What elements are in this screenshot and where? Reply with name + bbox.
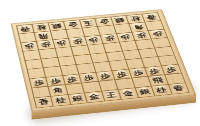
piece-kanji: 歩 bbox=[165, 65, 178, 74]
shogi-piece-silver-general[interactable]: 銀 bbox=[136, 86, 153, 96]
piece-kanji: 香 bbox=[145, 13, 157, 21]
piece-kanji: 歩 bbox=[115, 70, 128, 79]
shogi-piece-pawn[interactable]: 歩 bbox=[163, 64, 180, 74]
piece-kanji: 歩 bbox=[151, 30, 163, 38]
board-cell[interactable] bbox=[42, 57, 61, 68]
board-cell[interactable]: 香 bbox=[35, 96, 54, 107]
piece-kanji: 歩 bbox=[135, 31, 147, 39]
piece-kanji: 銀 bbox=[114, 16, 126, 24]
shogi-piece-pawn[interactable]: 歩 bbox=[31, 77, 47, 87]
board-cell[interactable]: 歩 bbox=[47, 76, 66, 87]
board-cell[interactable] bbox=[82, 82, 102, 93]
board-cell[interactable] bbox=[142, 57, 162, 68]
board-cell[interactable] bbox=[158, 55, 178, 66]
piece-kanji: 歩 bbox=[119, 33, 131, 41]
board-grid: 香桂銀金玉金銀桂香飛角歩歩歩歩歩歩歩歩歩歩歩歩歩歩歩歩歩歩角飛香桂銀金王金銀桂香 bbox=[16, 12, 190, 108]
piece-kanji: 金 bbox=[67, 21, 79, 29]
board-cell[interactable] bbox=[32, 87, 51, 98]
shogi-piece-gold-general[interactable]: 金 bbox=[65, 20, 80, 29]
board-cell[interactable]: 歩 bbox=[80, 72, 99, 83]
piece-kanji: 歩 bbox=[99, 71, 112, 80]
photo-scene: 香桂銀金玉金銀桂香飛角歩歩歩歩歩歩歩歩歩歩歩歩歩歩歩歩歩歩角飛香桂銀金王金銀桂香 bbox=[0, 0, 200, 126]
board-cell[interactable]: 歩 bbox=[63, 74, 82, 85]
board-cell[interactable]: 歩 bbox=[113, 69, 133, 80]
piece-kanji: 歩 bbox=[56, 39, 68, 47]
board-cell[interactable]: 金 bbox=[85, 91, 105, 102]
board-cell[interactable]: 銀 bbox=[68, 93, 88, 104]
board-cell[interactable]: 金 bbox=[119, 88, 139, 99]
board-cell[interactable] bbox=[110, 60, 129, 71]
piece-kanji: 歩 bbox=[88, 36, 100, 44]
piece-kanji: 歩 bbox=[24, 42, 36, 50]
board-cell[interactable]: 銀 bbox=[135, 86, 155, 97]
board-cell[interactable] bbox=[126, 59, 145, 70]
piece-kanji: 歩 bbox=[66, 75, 78, 84]
piece-kanji: 金 bbox=[88, 92, 101, 101]
shogi-piece-pawn[interactable]: 歩 bbox=[70, 37, 85, 46]
shogi-piece-pawn[interactable]: 歩 bbox=[133, 31, 149, 40]
piece-kanji: 香 bbox=[172, 84, 185, 93]
shogi-piece-gold-general[interactable]: 金 bbox=[96, 17, 111, 26]
shogi-piece-rook[interactable]: 飛 bbox=[149, 75, 166, 85]
piece-kanji: 桂 bbox=[35, 23, 47, 31]
board-cell[interactable] bbox=[44, 66, 63, 77]
shogi-piece-pawn[interactable]: 歩 bbox=[81, 72, 97, 82]
shogi-piece-pawn[interactable]: 歩 bbox=[64, 74, 80, 84]
shogi-piece-lance[interactable]: 香 bbox=[170, 83, 187, 93]
shogi-piece-lance[interactable]: 香 bbox=[36, 97, 52, 107]
board-cell[interactable] bbox=[28, 68, 47, 79]
shogi-piece-gold-general[interactable]: 金 bbox=[120, 88, 137, 98]
shogi-piece-pawn[interactable]: 歩 bbox=[22, 42, 37, 51]
piece-kanji: 歩 bbox=[40, 40, 52, 48]
piece-kanji: 歩 bbox=[49, 76, 61, 85]
board-cell[interactable]: 角 bbox=[49, 85, 68, 96]
piece-kanji: 歩 bbox=[72, 37, 84, 45]
shogi-piece-king[interactable]: 玉 bbox=[81, 19, 96, 28]
piece-kanji: 王 bbox=[105, 90, 118, 99]
piece-kanji: 銀 bbox=[51, 22, 63, 30]
board-cell[interactable]: 歩 bbox=[145, 66, 165, 77]
shogi-piece-pawn[interactable]: 歩 bbox=[130, 68, 146, 78]
board-cell[interactable]: 王 bbox=[102, 89, 122, 100]
shogi-piece-pawn[interactable]: 歩 bbox=[102, 34, 118, 43]
board-cell[interactable]: 歩 bbox=[96, 71, 115, 82]
shogi-piece-knight[interactable]: 桂 bbox=[153, 85, 170, 95]
board-cell[interactable] bbox=[61, 65, 80, 76]
shogi-piece-pawn[interactable]: 歩 bbox=[97, 71, 113, 81]
shogi-piece-pawn[interactable]: 歩 bbox=[38, 40, 53, 49]
shogi-piece-silver-general[interactable]: 銀 bbox=[112, 16, 127, 25]
shogi-piece-lance[interactable]: 香 bbox=[143, 13, 159, 22]
board-cell[interactable] bbox=[66, 83, 85, 94]
shogi-piece-bishop[interactable]: 角 bbox=[50, 85, 66, 95]
shogi-piece-king[interactable]: 王 bbox=[103, 90, 120, 100]
piece-kanji: 歩 bbox=[148, 66, 161, 75]
shogi-piece-knight[interactable]: 桂 bbox=[53, 95, 69, 105]
board-cell[interactable] bbox=[25, 59, 44, 70]
piece-kanji: 桂 bbox=[155, 85, 168, 94]
piece-kanji: 角 bbox=[132, 23, 144, 31]
shogi-piece-knight[interactable]: 桂 bbox=[34, 23, 49, 32]
board-cell[interactable]: 歩 bbox=[30, 77, 49, 88]
board-cell[interactable] bbox=[99, 80, 119, 91]
piece-kanji: 歩 bbox=[132, 68, 145, 77]
board-cell[interactable] bbox=[116, 78, 136, 89]
shogi-piece-bishop[interactable]: 角 bbox=[130, 23, 146, 32]
shogi-piece-pawn[interactable]: 歩 bbox=[150, 29, 166, 38]
shogi-piece-knight[interactable]: 桂 bbox=[127, 14, 143, 23]
shogi-piece-pawn[interactable]: 歩 bbox=[118, 32, 134, 41]
shogi-piece-pawn[interactable]: 歩 bbox=[113, 69, 129, 79]
shogi-piece-gold-general[interactable]: 金 bbox=[86, 92, 102, 102]
piece-kanji: 金 bbox=[122, 89, 135, 98]
board-cell[interactable] bbox=[77, 63, 96, 74]
piece-kanji: 金 bbox=[98, 18, 110, 26]
shogi-piece-silver-general[interactable]: 銀 bbox=[49, 22, 64, 31]
piece-kanji: 歩 bbox=[104, 34, 116, 42]
board-cell[interactable]: 香 bbox=[168, 83, 188, 94]
shogi-piece-pawn[interactable]: 歩 bbox=[86, 35, 102, 44]
piece-kanji: 銀 bbox=[138, 87, 151, 96]
shogi-piece-lance[interactable]: 香 bbox=[18, 25, 33, 34]
board-cell[interactable]: 飛 bbox=[149, 75, 169, 86]
shogi-piece-silver-general[interactable]: 銀 bbox=[69, 93, 85, 103]
shogi-set-photo: 香桂銀金玉金銀桂香飛角歩歩歩歩歩歩歩歩歩歩歩歩歩歩歩歩歩歩角飛香桂銀金王金銀桂香 bbox=[0, 0, 200, 126]
board-cell[interactable]: 歩 bbox=[129, 68, 149, 79]
board-cell[interactable] bbox=[132, 77, 152, 88]
board-cell[interactable]: 歩 bbox=[161, 64, 181, 75]
piece-kanji: 角 bbox=[52, 86, 64, 95]
piece-kanji: 歩 bbox=[82, 73, 94, 82]
shogi-piece-rook[interactable]: 飛 bbox=[36, 31, 51, 40]
board-cell[interactable] bbox=[165, 73, 185, 84]
piece-kanji: 歩 bbox=[33, 78, 45, 87]
piece-kanji: 香 bbox=[20, 25, 31, 33]
shogi-piece-pawn[interactable]: 歩 bbox=[54, 38, 69, 47]
shogi-board: 香桂銀金玉金銀桂香飛角歩歩歩歩歩歩歩歩歩歩歩歩歩歩歩歩歩歩角飛香桂銀金王金銀桂香 bbox=[11, 9, 197, 112]
piece-kanji: 銀 bbox=[71, 94, 84, 103]
board-cell[interactable] bbox=[93, 62, 112, 73]
piece-kanji: 玉 bbox=[82, 19, 94, 27]
shogi-piece-pawn[interactable]: 歩 bbox=[146, 66, 162, 76]
piece-kanji: 香 bbox=[37, 97, 49, 106]
board-cell[interactable]: 桂 bbox=[51, 95, 71, 106]
board-cell[interactable]: 桂 bbox=[152, 84, 172, 95]
shogi-piece-pawn[interactable]: 歩 bbox=[48, 76, 64, 86]
piece-kanji: 桂 bbox=[54, 95, 67, 104]
piece-kanji: 桂 bbox=[129, 15, 141, 23]
piece-kanji: 飛 bbox=[38, 32, 50, 40]
piece-kanji: 飛 bbox=[151, 76, 164, 85]
